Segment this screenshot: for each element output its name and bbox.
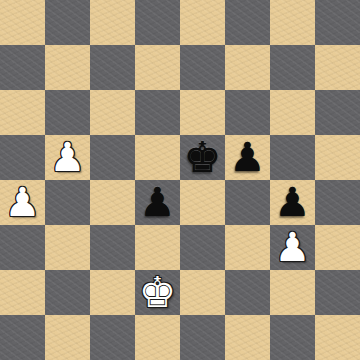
square-h6[interactable] [315, 90, 360, 135]
square-d2[interactable]: ♚ [135, 270, 180, 315]
chess-app: ♟♚♟♟♟♟♟♚ [0, 0, 360, 360]
square-f7[interactable] [225, 45, 270, 90]
square-g5[interactable] [270, 135, 315, 180]
square-d4[interactable]: ♟ [135, 180, 180, 225]
piece-black-pawn-d4[interactable]: ♟ [140, 180, 176, 225]
piece-white-pawn-a4[interactable]: ♟ [5, 180, 41, 225]
piece-black-pawn-f5[interactable]: ♟ [230, 135, 266, 180]
square-a2[interactable] [0, 270, 45, 315]
square-c1[interactable] [90, 315, 135, 360]
square-h8[interactable] [315, 0, 360, 45]
square-a8[interactable] [0, 0, 45, 45]
square-g6[interactable] [270, 90, 315, 135]
square-b6[interactable] [45, 90, 90, 135]
square-e1[interactable] [180, 315, 225, 360]
square-h7[interactable] [315, 45, 360, 90]
square-c4[interactable] [90, 180, 135, 225]
square-f6[interactable] [225, 90, 270, 135]
square-c5[interactable] [90, 135, 135, 180]
square-d8[interactable] [135, 0, 180, 45]
square-h3[interactable] [315, 225, 360, 270]
square-d7[interactable] [135, 45, 180, 90]
piece-white-pawn-g3[interactable]: ♟ [275, 225, 311, 270]
square-g3[interactable]: ♟ [270, 225, 315, 270]
square-c2[interactable] [90, 270, 135, 315]
square-a3[interactable] [0, 225, 45, 270]
square-f2[interactable] [225, 270, 270, 315]
chess-board: ♟♚♟♟♟♟♟♚ [0, 0, 360, 360]
square-b2[interactable] [45, 270, 90, 315]
square-e5[interactable]: ♚ [180, 135, 225, 180]
square-h1[interactable] [315, 315, 360, 360]
square-c7[interactable] [90, 45, 135, 90]
square-h2[interactable] [315, 270, 360, 315]
square-a7[interactable] [0, 45, 45, 90]
square-c3[interactable] [90, 225, 135, 270]
square-b4[interactable] [45, 180, 90, 225]
piece-black-king-e5[interactable]: ♚ [184, 135, 222, 180]
square-a5[interactable] [0, 135, 45, 180]
square-c6[interactable] [90, 90, 135, 135]
square-h4[interactable] [315, 180, 360, 225]
piece-white-king-d2[interactable]: ♚ [139, 270, 177, 315]
square-d5[interactable] [135, 135, 180, 180]
square-b8[interactable] [45, 0, 90, 45]
square-e2[interactable] [180, 270, 225, 315]
square-a4[interactable]: ♟ [0, 180, 45, 225]
square-g2[interactable] [270, 270, 315, 315]
square-d3[interactable] [135, 225, 180, 270]
piece-white-pawn-b5[interactable]: ♟ [50, 135, 86, 180]
square-f1[interactable] [225, 315, 270, 360]
square-e4[interactable] [180, 180, 225, 225]
square-e3[interactable] [180, 225, 225, 270]
square-b1[interactable] [45, 315, 90, 360]
square-e7[interactable] [180, 45, 225, 90]
square-e8[interactable] [180, 0, 225, 45]
square-g7[interactable] [270, 45, 315, 90]
square-b5[interactable]: ♟ [45, 135, 90, 180]
square-g4[interactable]: ♟ [270, 180, 315, 225]
square-f8[interactable] [225, 0, 270, 45]
square-g1[interactable] [270, 315, 315, 360]
square-f3[interactable] [225, 225, 270, 270]
square-b3[interactable] [45, 225, 90, 270]
square-c8[interactable] [90, 0, 135, 45]
square-e6[interactable] [180, 90, 225, 135]
square-d6[interactable] [135, 90, 180, 135]
piece-black-pawn-g4[interactable]: ♟ [275, 180, 311, 225]
square-f4[interactable] [225, 180, 270, 225]
square-a1[interactable] [0, 315, 45, 360]
square-b7[interactable] [45, 45, 90, 90]
square-f5[interactable]: ♟ [225, 135, 270, 180]
square-h5[interactable] [315, 135, 360, 180]
square-g8[interactable] [270, 0, 315, 45]
square-a6[interactable] [0, 90, 45, 135]
square-d1[interactable] [135, 315, 180, 360]
